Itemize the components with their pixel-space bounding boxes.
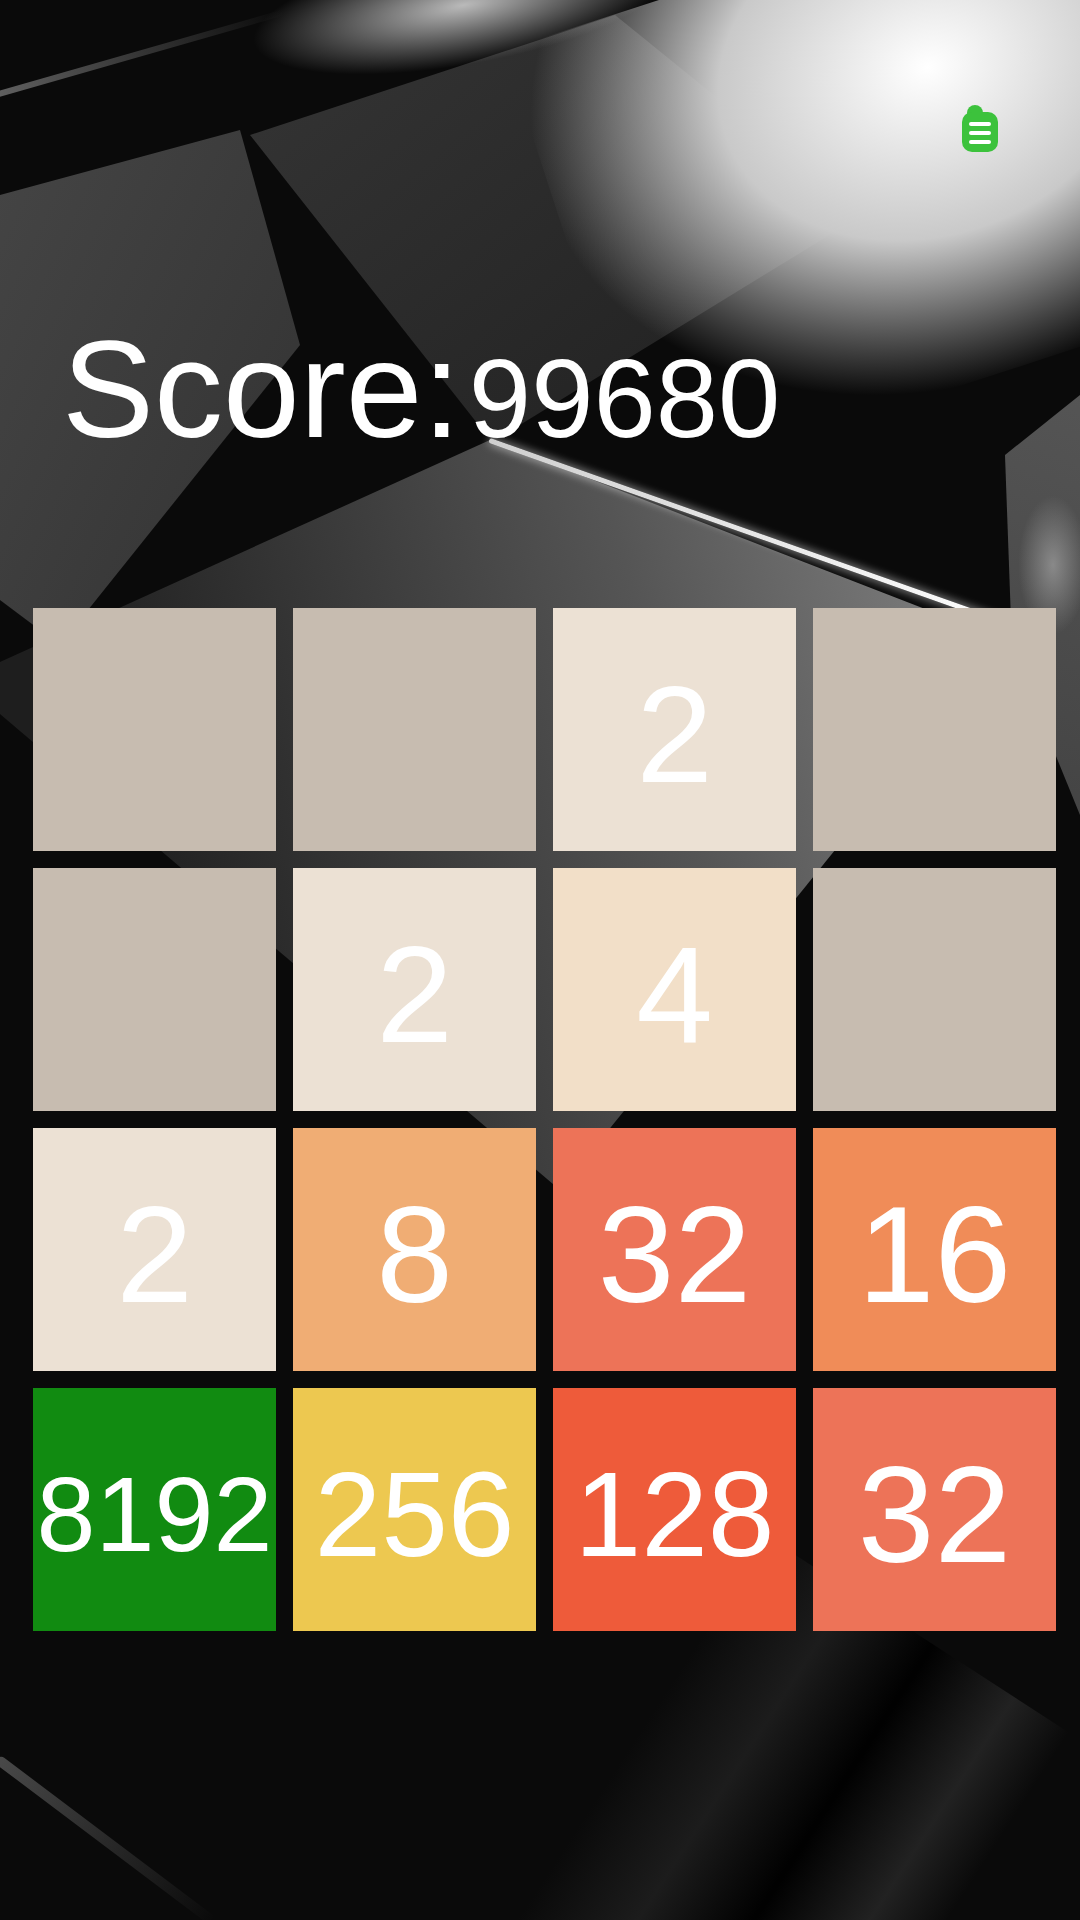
tile-32: 32 — [553, 1128, 796, 1371]
game-screen: Score: 99680 224283216819225612832 — [0, 0, 1080, 1920]
tile-8: 8 — [293, 1128, 536, 1371]
empty-cell — [813, 608, 1056, 851]
score-label: Score: — [62, 320, 461, 458]
tile-value: 32 — [598, 1185, 752, 1323]
tile-2: 2 — [553, 608, 796, 851]
empty-cell — [293, 608, 536, 851]
empty-cell — [33, 868, 276, 1111]
score-display: Score: 99680 — [62, 320, 780, 458]
bg-cube-edge-highlight — [488, 438, 1018, 630]
tile-8192: 8192 — [33, 1388, 276, 1631]
tile-value: 32 — [858, 1445, 1012, 1583]
bg-highlight-top — [245, 0, 686, 102]
tile-value: 4 — [636, 925, 713, 1063]
tile-32: 32 — [813, 1388, 1056, 1631]
tile-value: 16 — [858, 1185, 1012, 1323]
menu-icon-line — [969, 131, 991, 135]
tile-value: 8 — [376, 1185, 453, 1323]
bg-streak-bottom-left — [0, 1755, 216, 1920]
empty-cell — [33, 608, 276, 851]
tile-value: 128 — [574, 1454, 774, 1574]
menu-list-icon[interactable] — [962, 110, 998, 152]
menu-icon-line — [969, 140, 991, 144]
bg-edge-top-left — [0, 9, 285, 100]
tile-256: 256 — [293, 1388, 536, 1631]
tile-16: 16 — [813, 1128, 1056, 1371]
board-grid[interactable]: 224283216819225612832 — [33, 608, 1056, 1631]
tile-value: 2 — [116, 1185, 193, 1323]
tile-value: 8192 — [37, 1461, 273, 1567]
tile-2: 2 — [293, 868, 536, 1111]
score-value: 99680 — [469, 343, 780, 455]
tile-value: 2 — [636, 665, 713, 803]
menu-icon-line — [969, 122, 991, 126]
tile-2: 2 — [33, 1128, 276, 1371]
tile-128: 128 — [553, 1388, 796, 1631]
tile-value: 256 — [314, 1454, 514, 1574]
empty-cell — [813, 868, 1056, 1111]
tile-value: 2 — [376, 925, 453, 1063]
tile-4: 4 — [553, 868, 796, 1111]
